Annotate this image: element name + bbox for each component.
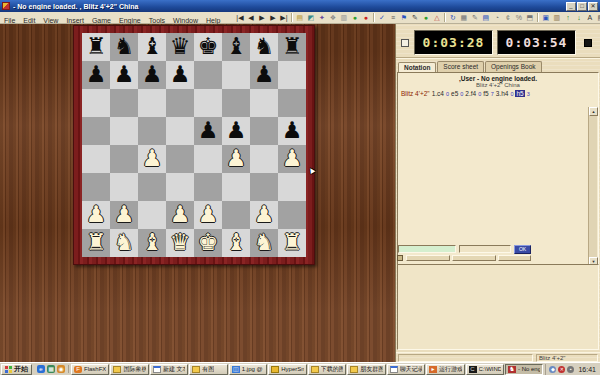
- notation-scrollbar[interactable]: ▲ ▼: [588, 107, 597, 266]
- mini-row: [396, 255, 600, 262]
- rotate-icon[interactable]: ↻: [447, 13, 458, 23]
- move-token[interactable]: 3: [527, 91, 530, 97]
- piece-white-knight[interactable]: ♞: [110, 229, 138, 257]
- up-arrow-icon[interactable]: ↑: [562, 13, 573, 23]
- piece-black-rook[interactable]: ♜: [82, 33, 110, 61]
- board-frame: ♜♞♝♛♚♝♞♜♟♟♟♟♟♟♟♟♟♟♟♟♟♟♟♟♜♞♝♛♚♝♞♜ ▲: [73, 25, 315, 265]
- engine-input-row: OK: [396, 245, 600, 254]
- square-b1[interactable]: ♞: [110, 229, 138, 257]
- task-label: 下载的图片: [321, 365, 343, 374]
- tab-openings-book[interactable]: Openings Book: [485, 61, 541, 72]
- edit-position-icon[interactable]: ✎: [469, 13, 480, 23]
- current-move[interactable]: h5: [515, 90, 524, 97]
- player-icon[interactable]: ◉: [57, 365, 65, 373]
- quick-launch: e▦◉: [34, 365, 69, 373]
- piece-black-pawn[interactable]: ♟: [222, 117, 250, 145]
- square-c8[interactable]: ♝: [138, 33, 166, 61]
- divider: [396, 57, 600, 59]
- piece-black-bishop[interactable]: ♝: [138, 33, 166, 61]
- piece-black-king[interactable]: ♚: [194, 33, 222, 61]
- tab-score-sheet[interactable]: Score sheet: [437, 61, 484, 72]
- volume-icon[interactable]: ◆: [549, 366, 556, 373]
- piece-white-pawn[interactable]: ♟: [110, 201, 138, 229]
- segment-bar: [498, 255, 531, 261]
- square-h3[interactable]: [278, 173, 306, 201]
- piece-black-pawn[interactable]: ♟: [250, 61, 278, 89]
- square-d5[interactable]: [166, 117, 194, 145]
- taskbar-task-image[interactable]: ◫1.jpg @ 100..: [229, 364, 267, 375]
- flag-icon[interactable]: ⚑: [398, 13, 409, 23]
- piece-white-king[interactable]: ♚: [194, 229, 222, 257]
- square-f3[interactable]: [222, 173, 250, 201]
- last-move-icon[interactable]: ▶|: [278, 13, 289, 23]
- panel-tabs: NotationScore sheetOpenings Book: [398, 61, 543, 72]
- players-header: ,User - No engine loaded.: [398, 75, 598, 82]
- square-d8[interactable]: ♛: [166, 33, 194, 61]
- square-f7[interactable]: [222, 61, 250, 89]
- event-label: Blitz 4'+2": [401, 90, 430, 97]
- square-h7[interactable]: [278, 61, 306, 89]
- square-b4[interactable]: [110, 145, 138, 173]
- piece-white-pawn[interactable]: ♟: [194, 201, 222, 229]
- move-token[interactable]: 3.h4: [496, 90, 509, 97]
- square-d7[interactable]: ♟: [166, 61, 194, 89]
- down-arrow-icon[interactable]: ↓: [573, 13, 584, 23]
- chess-board[interactable]: ♜♞♝♛♚♝♞♜♟♟♟♟♟♟♟♟♟♟♟♟♟♟♟♟♜♞♝♛♚♝♞♜: [82, 33, 306, 257]
- new-game-icon[interactable]: ▤: [294, 13, 305, 23]
- folder-icon: [113, 366, 121, 373]
- piece-white-bishop[interactable]: ♝: [138, 229, 166, 257]
- piece-black-pawn[interactable]: ♟: [138, 61, 166, 89]
- taskbar-task-notepad[interactable]: 新建 文本文..: [150, 364, 188, 375]
- square-e1[interactable]: ♚: [194, 229, 222, 257]
- taskbar-task-chess[interactable]: ♞- No engin...: [505, 364, 543, 375]
- menu-toolbar-row: FileEditViewInsertGameEngineToolsWindowH…: [0, 12, 600, 24]
- piece-black-bishop[interactable]: ♝: [222, 33, 250, 61]
- toolbar-separator: [444, 13, 445, 22]
- square-c5[interactable]: [138, 117, 166, 145]
- taskbar-task-flashfxp[interactable]: FFlashFXP: [71, 364, 109, 375]
- print-icon[interactable]: ▤: [595, 13, 600, 23]
- task-buttons: FFlashFXP国际象棋棋谱新建 文本文..有图◫1.jpg @ 100..H…: [71, 364, 543, 375]
- move-token[interactable]: 0: [478, 91, 481, 97]
- square-f6[interactable]: [222, 89, 250, 117]
- black-clock: 0:03:54: [497, 30, 576, 55]
- square-h5[interactable]: ♟: [278, 117, 306, 145]
- square-d6[interactable]: [166, 89, 194, 117]
- task-label: FlashFXP: [84, 366, 106, 372]
- toolbar-separator: [291, 13, 292, 22]
- task-label: HyperSnap 6..: [281, 366, 303, 372]
- first-move-icon[interactable]: |◀: [234, 13, 245, 23]
- start-button[interactable]: 开始: [1, 364, 32, 375]
- move-token[interactable]: 0: [446, 91, 449, 97]
- square-g7[interactable]: ♟: [250, 61, 278, 89]
- taskbar-task-cmd[interactable]: CC:\WINDOWS\..: [466, 364, 504, 375]
- square-a6[interactable]: [82, 89, 110, 117]
- square-f1[interactable]: ♝: [222, 229, 250, 257]
- piece-black-pawn[interactable]: ♟: [194, 117, 222, 145]
- stop-icon[interactable]: ●: [360, 13, 371, 23]
- percent-icon[interactable]: %: [513, 13, 524, 23]
- square-b6[interactable]: [110, 89, 138, 117]
- task-label: 聊天记录.tx..: [400, 365, 422, 374]
- square-e2[interactable]: ♟: [194, 201, 222, 229]
- square-e8[interactable]: ♚: [194, 33, 222, 61]
- move-list[interactable]: Blitz 4'+2"1.c40e502.f40f573.h40h53: [398, 88, 598, 98]
- square-b2[interactable]: ♟: [110, 201, 138, 229]
- check-icon[interactable]: ✓: [376, 13, 387, 23]
- piece-white-pawn[interactable]: ♟: [278, 145, 306, 173]
- square-e6[interactable]: [194, 89, 222, 117]
- menu-edit[interactable]: Edit: [19, 17, 39, 24]
- clock-icon[interactable]: ◔: [491, 13, 502, 23]
- piece-black-queen[interactable]: ♛: [166, 33, 194, 61]
- square-f2[interactable]: [222, 201, 250, 229]
- save-icon[interactable]: ▣: [540, 13, 551, 23]
- close-button[interactable]: ✕: [588, 2, 598, 11]
- segment-bar: [452, 255, 496, 261]
- triangle-icon[interactable]: △: [431, 13, 442, 23]
- piece-white-pawn[interactable]: ♟: [166, 201, 194, 229]
- players-icon[interactable]: ▥: [551, 13, 562, 23]
- book-icon[interactable]: ▥: [338, 13, 349, 23]
- move-token[interactable]: 2.f4: [465, 90, 476, 97]
- folder-icon: [350, 366, 358, 373]
- square-g6[interactable]: [250, 89, 278, 117]
- piece-white-rook[interactable]: ♜: [82, 229, 110, 257]
- toolbar-group-game: ▤◩✦❖▥●●: [294, 13, 371, 23]
- piece-white-pawn[interactable]: ♟: [222, 145, 250, 173]
- piece-black-knight[interactable]: ♞: [250, 33, 278, 61]
- square-a1[interactable]: ♜: [82, 229, 110, 257]
- menu-engine[interactable]: Engine: [115, 17, 145, 24]
- taskbar-task-folder[interactable]: 有图: [189, 364, 227, 375]
- square-f5[interactable]: ♟: [222, 117, 250, 145]
- square-b3[interactable]: [110, 173, 138, 201]
- square-g3[interactable]: [250, 173, 278, 201]
- square-c2[interactable]: [138, 201, 166, 229]
- piece-black-rook[interactable]: ♜: [278, 33, 306, 61]
- square-g8[interactable]: ♞: [250, 33, 278, 61]
- square-a3[interactable]: [82, 173, 110, 201]
- taskbar-task-app[interactable]: ▸运行游戏_96..: [426, 364, 464, 375]
- status-cell-left: [398, 354, 533, 362]
- taskbar-task-folder[interactable]: 国际象棋棋谱: [110, 364, 148, 375]
- chess-icon: ♞: [508, 366, 516, 373]
- square-a8[interactable]: ♜: [82, 33, 110, 61]
- task-label: 国际象棋棋谱: [123, 365, 145, 374]
- piece-black-pawn[interactable]: ♟: [166, 61, 194, 89]
- toolbar-group-file: ▣▥↑↓A▤: [540, 13, 600, 23]
- menu-window[interactable]: Window: [169, 17, 202, 24]
- move-token[interactable]: 7: [491, 91, 494, 97]
- square-d1[interactable]: ♛: [166, 229, 194, 257]
- piece-black-knight[interactable]: ♞: [110, 33, 138, 61]
- antivirus-icon[interactable]: ✕: [558, 366, 565, 373]
- task-label: 有图: [202, 365, 214, 374]
- square-a4[interactable]: [82, 145, 110, 173]
- square-h8[interactable]: ♜: [278, 33, 306, 61]
- desktop-icon[interactable]: ▦: [47, 365, 55, 373]
- piece-black-pawn[interactable]: ♟: [278, 117, 306, 145]
- square-g5[interactable]: [250, 117, 278, 145]
- move-token[interactable]: f5: [483, 90, 488, 97]
- notepad-icon: [153, 366, 161, 373]
- coins-icon[interactable]: ¢: [502, 13, 513, 23]
- square-b8[interactable]: ♞: [110, 33, 138, 61]
- hint-icon[interactable]: ❖: [327, 13, 338, 23]
- move-input-field[interactable]: [398, 245, 456, 253]
- square-d4[interactable]: [166, 145, 194, 173]
- network-icon[interactable]: ▪: [567, 366, 574, 373]
- square-c4[interactable]: ♟: [138, 145, 166, 173]
- clock-row: 0:03:28 0:03:54: [396, 28, 600, 58]
- square-c3[interactable]: [138, 173, 166, 201]
- notation-icon[interactable]: ▤: [480, 13, 491, 23]
- piece-white-pawn[interactable]: ♟: [250, 201, 278, 229]
- white-clock: 0:03:28: [414, 30, 493, 55]
- pencil-icon[interactable]: ✎: [409, 13, 420, 23]
- taskbar-task-notepad[interactable]: 聊天记录.tx..: [387, 364, 425, 375]
- piece-white-knight[interactable]: ♞: [250, 229, 278, 257]
- menu-game[interactable]: Game: [88, 17, 115, 24]
- white-side-indicator: [401, 39, 409, 47]
- square-c1[interactable]: ♝: [138, 229, 166, 257]
- toolbar-group-annotate: ✓≡⚑✎●△: [376, 13, 442, 23]
- square-e3[interactable]: [194, 173, 222, 201]
- menu-file[interactable]: File: [0, 17, 19, 24]
- square-g2[interactable]: ♟: [250, 201, 278, 229]
- piece-white-pawn[interactable]: ♟: [82, 201, 110, 229]
- maximize-button[interactable]: □: [577, 2, 587, 11]
- piece-black-pawn[interactable]: ♟: [82, 61, 110, 89]
- status-cell-right: Blitz 4'+2": [536, 354, 598, 362]
- tray-panel-icon[interactable]: ⬒: [524, 13, 535, 23]
- menu-insert[interactable]: Insert: [62, 17, 88, 24]
- menu-tools[interactable]: Tools: [145, 17, 169, 24]
- levels-icon[interactable]: ✦: [316, 13, 327, 23]
- flip-board-icon[interactable]: ◩: [305, 13, 316, 23]
- toolbar-separator: [373, 13, 374, 22]
- piece-white-bishop[interactable]: ♝: [222, 229, 250, 257]
- square-c6[interactable]: [138, 89, 166, 117]
- square-e5[interactable]: ♟: [194, 117, 222, 145]
- piece-white-rook[interactable]: ♜: [278, 229, 306, 257]
- toolbar: |◀◀▶▶▶|▤◩✦❖▥●●✓≡⚑✎●△↻▦✎▤◔¢%⬒▣▥↑↓A▤: [234, 13, 600, 23]
- tray-clock: 16:41: [578, 366, 596, 373]
- black-side-indicator: [584, 39, 592, 47]
- engine-output-panel: [397, 264, 599, 350]
- hypersnap-icon: [271, 366, 279, 373]
- square-d2[interactable]: ♟: [166, 201, 194, 229]
- folder-icon: [311, 366, 319, 373]
- flashfxp-icon: F: [74, 366, 82, 373]
- task-label: 1.jpg @ 100..: [242, 366, 264, 372]
- move-token[interactable]: 0: [510, 91, 513, 97]
- toolbar-group-tools: ↻▦✎▤◔¢%⬒: [447, 13, 535, 23]
- square-b5[interactable]: [110, 117, 138, 145]
- taskbar-task-folder[interactable]: 朋友群图: [347, 364, 385, 375]
- square-h1[interactable]: ♜: [278, 229, 306, 257]
- square-g4[interactable]: [250, 145, 278, 173]
- windows-logo-icon: [5, 366, 12, 373]
- square-h6[interactable]: [278, 89, 306, 117]
- taskbar-task-hypersnap[interactable]: HyperSnap 6..: [268, 364, 306, 375]
- prev-move-icon[interactable]: ◀: [245, 13, 256, 23]
- value-field[interactable]: [459, 245, 511, 253]
- image-icon: ◫: [232, 366, 240, 373]
- square-f4[interactable]: ♟: [222, 145, 250, 173]
- autoplay-icon[interactable]: ▶: [256, 13, 267, 23]
- square-c7[interactable]: ♟: [138, 61, 166, 89]
- task-label: C:\WINDOWS\..: [479, 366, 501, 372]
- toolbar-group-navigation: |◀◀▶▶▶|: [234, 13, 289, 23]
- tray-icons: ◆✕▪: [549, 366, 574, 373]
- segment-bar: [406, 255, 450, 261]
- task-label: 朋友群图: [360, 365, 382, 374]
- notation-panel: ,User - No engine loaded. Blitz 4'+2" Ch…: [397, 72, 599, 267]
- piece-white-queen[interactable]: ♛: [166, 229, 194, 257]
- square-d3[interactable]: [166, 173, 194, 201]
- taskbar-task-folder[interactable]: 下载的图片: [308, 364, 346, 375]
- notepad-icon: [390, 366, 398, 373]
- go-icon[interactable]: ●: [349, 13, 360, 23]
- square-g1[interactable]: ♞: [250, 229, 278, 257]
- next-move-icon[interactable]: ▶: [267, 13, 278, 23]
- board-setup-icon[interactable]: ▦: [458, 13, 469, 23]
- minimize-button[interactable]: _: [566, 2, 576, 11]
- task-label: 运行游戏_96..: [439, 365, 461, 374]
- task-label: - No engin...: [518, 366, 540, 372]
- scroll-up-icon[interactable]: ▲: [589, 107, 598, 116]
- engine-icon: [397, 255, 403, 261]
- square-a2[interactable]: ♟: [82, 201, 110, 229]
- cmd-icon: C: [469, 366, 477, 373]
- move-token[interactable]: 0: [460, 91, 463, 97]
- square-e7[interactable]: [194, 61, 222, 89]
- task-label: 新建 文本文..: [163, 365, 185, 374]
- folder-icon: [192, 366, 200, 373]
- piece-black-pawn[interactable]: ♟: [110, 61, 138, 89]
- ok-button[interactable]: OK: [514, 245, 531, 254]
- app-icon: ▸: [429, 366, 437, 373]
- square-b7[interactable]: ♟: [110, 61, 138, 89]
- move-token[interactable]: e5: [451, 90, 458, 97]
- panel-status-bar: Blitz 4'+2": [396, 352, 600, 362]
- font-icon[interactable]: A: [584, 13, 595, 23]
- menu-view[interactable]: View: [39, 17, 62, 24]
- square-a7[interactable]: ♟: [82, 61, 110, 89]
- move-token[interactable]: 1.c4: [432, 90, 444, 97]
- square-f8[interactable]: ♝: [222, 33, 250, 61]
- right-panel: 0:03:28 0:03:54 NotationScore sheetOpeni…: [395, 24, 600, 362]
- system-tray: ◆✕▪ 16:41: [545, 364, 599, 375]
- square-h2[interactable]: [278, 201, 306, 229]
- square-h4[interactable]: ♟: [278, 145, 306, 173]
- square-a5[interactable]: [82, 117, 110, 145]
- menu-help[interactable]: Help: [202, 17, 224, 24]
- ie-icon[interactable]: e: [37, 365, 45, 373]
- square-e4[interactable]: [194, 145, 222, 173]
- toolbar-separator: [537, 13, 538, 22]
- lines-icon[interactable]: ≡: [387, 13, 398, 23]
- green-dot-icon[interactable]: ●: [420, 13, 431, 23]
- taskbar: 开始 e▦◉ FFlashFXP国际象棋棋谱新建 文本文..有图◫1.jpg @…: [0, 362, 600, 375]
- piece-white-pawn[interactable]: ♟: [138, 145, 166, 173]
